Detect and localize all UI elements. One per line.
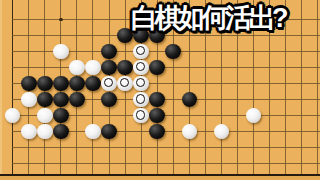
white-stone[interactable]: [21, 124, 37, 140]
white-stone[interactable]: [37, 108, 53, 124]
circle-marker: [136, 110, 145, 119]
black-stone[interactable]: [37, 92, 53, 108]
black-stone[interactable]: [149, 108, 165, 124]
circle-marker: [136, 94, 145, 103]
white-stone[interactable]: [85, 124, 101, 140]
black-stone[interactable]: [101, 92, 117, 108]
grid-line-h: [12, 67, 320, 68]
circle-marker: [104, 78, 113, 87]
black-stone[interactable]: [69, 76, 85, 92]
board-bottom-apron: [0, 176, 320, 180]
white-stone[interactable]: [182, 124, 198, 140]
white-stone[interactable]: [5, 108, 21, 124]
white-stone[interactable]: [21, 92, 37, 108]
grid-line-h: [12, 35, 320, 36]
marked-white-stone[interactable]: [133, 92, 149, 108]
black-stone[interactable]: [53, 108, 69, 124]
white-stone[interactable]: [85, 60, 101, 76]
board-left-highlight: [0, 0, 2, 180]
title-text: 白棋如何活出?: [131, 5, 285, 32]
circle-marker: [120, 78, 129, 87]
black-stone[interactable]: [37, 76, 53, 92]
marked-white-stone[interactable]: [133, 76, 149, 92]
black-stone[interactable]: [101, 60, 117, 76]
white-stone[interactable]: [37, 124, 53, 140]
marked-white-stone[interactable]: [133, 44, 149, 60]
black-stone[interactable]: [165, 44, 181, 60]
marked-white-stone[interactable]: [117, 76, 133, 92]
black-stone[interactable]: [101, 44, 117, 60]
black-stone[interactable]: [101, 124, 117, 140]
white-stone[interactable]: [246, 108, 262, 124]
marked-white-stone[interactable]: [133, 108, 149, 124]
black-stone[interactable]: [182, 92, 198, 108]
black-stone[interactable]: [85, 76, 101, 92]
black-stone[interactable]: [69, 92, 85, 108]
circle-marker: [136, 46, 145, 55]
black-stone[interactable]: [21, 76, 37, 92]
black-stone[interactable]: [53, 92, 69, 108]
star-point: [59, 18, 63, 22]
marked-white-stone[interactable]: [101, 76, 117, 92]
circle-marker: [136, 78, 145, 87]
circle-marker: [136, 62, 145, 71]
white-stone[interactable]: [69, 60, 85, 76]
black-stone[interactable]: [149, 124, 165, 140]
black-stone[interactable]: [149, 60, 165, 76]
black-stone[interactable]: [53, 124, 69, 140]
white-stone[interactable]: [214, 124, 230, 140]
grid-line-h: [12, 163, 320, 164]
grid-line-h: [12, 147, 320, 148]
thumbnail: 白棋如何活出?: [0, 0, 320, 180]
marked-white-stone[interactable]: [133, 60, 149, 76]
white-stone[interactable]: [53, 44, 69, 60]
black-stone[interactable]: [149, 92, 165, 108]
black-stone[interactable]: [53, 76, 69, 92]
black-stone[interactable]: [117, 60, 133, 76]
